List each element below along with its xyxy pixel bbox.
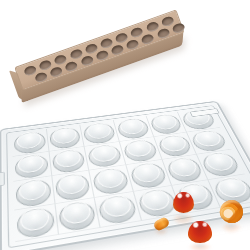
- cavity-dome: [95, 167, 125, 190]
- beige-tray: [14, 9, 184, 89]
- cavity-dome: [159, 133, 189, 152]
- cavity-well: [148, 113, 184, 135]
- dome-candy-lower: [188, 221, 212, 243]
- cavity-dome: [151, 113, 179, 131]
- tray-hole: [110, 44, 124, 57]
- cavity-dome: [20, 206, 50, 233]
- cavity-dome: [90, 143, 118, 163]
- tray-hole: [156, 28, 170, 41]
- cavity-dome: [203, 151, 236, 172]
- cavity-dome: [214, 175, 250, 199]
- cavity-well: [83, 122, 117, 145]
- cavity-well: [92, 167, 130, 196]
- cavity-dome: [140, 187, 173, 212]
- tray-hole: [49, 66, 63, 79]
- cavity-well: [87, 143, 123, 169]
- cavity-dome: [61, 199, 92, 225]
- cavity-well: [17, 206, 55, 240]
- candy-reflection: [221, 224, 242, 233]
- cavity-dome: [86, 122, 113, 140]
- cavity-well: [14, 131, 46, 155]
- cavity-dome: [19, 178, 47, 202]
- tray-hole: [171, 22, 185, 35]
- cavity-well: [15, 153, 49, 180]
- cavity-dome: [168, 156, 200, 178]
- cavity-well: [16, 178, 52, 208]
- cavity-well: [156, 134, 194, 158]
- clear-dome-mould: [0, 101, 250, 250]
- cavity-dome: [132, 161, 163, 183]
- cavity-dome: [52, 126, 78, 145]
- cavity-well: [129, 162, 168, 190]
- tray-hole: [126, 39, 140, 52]
- cavity-dome: [17, 131, 42, 150]
- cavity-dome: [125, 138, 154, 158]
- dome-candy-upper: [173, 192, 194, 213]
- cavity-well: [165, 156, 205, 183]
- cavity-well: [54, 172, 91, 201]
- tray-hole: [65, 60, 79, 73]
- tray-hole: [95, 49, 109, 62]
- cavity-well: [58, 200, 98, 233]
- product-photo: [0, 0, 250, 250]
- cavity-well: [51, 148, 86, 174]
- cavity-well: [97, 193, 138, 225]
- cavity-dome: [101, 193, 133, 219]
- tray-hole: [34, 71, 48, 84]
- cavity-dome: [119, 117, 146, 135]
- mould-side-tab: [0, 172, 5, 188]
- cavity-dome: [58, 172, 87, 195]
- cavity-dome: [192, 129, 223, 148]
- tray-hole: [80, 55, 94, 68]
- cavity-well: [116, 117, 151, 139]
- cavity-dome: [55, 148, 83, 169]
- cavity-dome: [18, 153, 45, 174]
- tray-hole: [141, 33, 155, 46]
- cavity-well: [122, 138, 159, 163]
- cavity-well: [49, 126, 82, 150]
- candy-reflection: [188, 244, 212, 250]
